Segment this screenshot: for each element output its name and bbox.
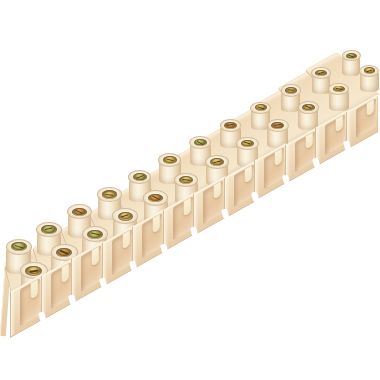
screw-slot-icon (197, 140, 204, 145)
screw-recess (333, 86, 345, 93)
screw-recess (163, 156, 176, 164)
screw-recess (56, 248, 72, 257)
screw-slot-icon (136, 175, 144, 179)
screw-channel-hole (245, 165, 252, 183)
screw-channel-hole (123, 231, 130, 250)
screw-recess (271, 122, 284, 129)
screw-slot-icon (227, 124, 234, 126)
screw-channel-hole (275, 149, 282, 166)
screw-slot-icon (182, 179, 190, 181)
screw-slot-icon (45, 228, 53, 231)
screw-recess (194, 139, 207, 146)
screw-channel-hole (367, 100, 374, 116)
screw-slot-icon (348, 54, 354, 57)
screw-head (104, 192, 115, 198)
screw-channel-hole (153, 214, 160, 233)
screw-recess (118, 212, 133, 221)
wire-cavity (295, 131, 314, 172)
wire-cavity (51, 262, 70, 309)
tower-top (236, 137, 259, 151)
screw-slot-icon (335, 88, 342, 90)
screw-head (334, 86, 343, 91)
tower-top (97, 187, 121, 202)
screw-recess (241, 140, 254, 148)
screw-slot-icon (318, 72, 324, 75)
screw-head (347, 54, 355, 58)
screw-head (58, 249, 70, 256)
wire-cavity (356, 98, 375, 138)
screw-recess (224, 122, 237, 129)
screw-slot-icon (90, 233, 99, 236)
screw-recess (41, 225, 56, 234)
screw-channel-hole (184, 198, 191, 216)
wire-cavity (142, 213, 161, 258)
screw-head (181, 177, 192, 183)
wire-cavity (203, 180, 222, 223)
screw-recess (346, 53, 357, 59)
screw-channel-hole (306, 132, 313, 149)
screw-recess (210, 158, 224, 166)
wire-cavity (325, 115, 344, 155)
wire-cavity (81, 246, 100, 292)
screw-recess (364, 67, 376, 74)
tower-top (359, 65, 379, 77)
screw-slot-icon (366, 69, 372, 72)
screw-head (89, 231, 101, 238)
wire-cavity (20, 278, 39, 326)
screw-head (212, 159, 222, 165)
screw-channel-hole (214, 181, 221, 199)
screw-recess (255, 104, 267, 111)
screw-slot-icon (29, 269, 38, 272)
screw-head (273, 123, 283, 128)
product-photo (0, 0, 380, 380)
screw-recess (315, 70, 326, 76)
tower-top (143, 190, 168, 205)
screw-head (150, 195, 161, 201)
tower-top (205, 155, 229, 169)
screw-recess (302, 104, 314, 111)
screw-channel-hole (92, 247, 99, 266)
screw-tower-front-10 (298, 101, 319, 130)
screw-channel-hole (62, 263, 69, 283)
screw-slot-icon (15, 245, 24, 249)
screw-recess (11, 242, 27, 251)
screw-head (242, 141, 252, 147)
screw-recess (285, 87, 297, 94)
screw-slot-icon (105, 193, 113, 195)
screw-recess (72, 208, 87, 217)
screw-slot-icon (152, 196, 160, 201)
screw-head (226, 123, 235, 128)
screw-slot-icon (121, 214, 129, 218)
screw-tower-back-12 (342, 50, 361, 75)
screw-tower-front-11 (328, 83, 349, 111)
screw-head (120, 213, 131, 219)
tower-top (112, 208, 138, 223)
screw-slot-icon (60, 250, 69, 255)
screw-head (287, 88, 296, 93)
screw-slot-icon (166, 158, 173, 161)
screw-recess (87, 230, 103, 239)
screw-head (304, 105, 313, 110)
tower-top (281, 84, 301, 96)
screw-slot-icon (305, 105, 312, 109)
screw-slot-icon (75, 210, 83, 215)
wire-cavity (264, 148, 283, 190)
screw-head (43, 226, 54, 232)
screw-head (13, 243, 25, 250)
screw-slot-icon (257, 106, 264, 109)
screw-recess (133, 173, 147, 181)
screw-head (256, 105, 265, 110)
screw-channel-hole (336, 116, 343, 133)
screw-head (365, 68, 374, 73)
screw-head (165, 157, 175, 163)
tower-top (250, 102, 271, 115)
tower-top (267, 119, 289, 132)
terminal-strip (0, 0, 380, 380)
screw-channel-hole (31, 280, 38, 300)
screw-head (135, 174, 145, 180)
screw-head (74, 209, 85, 215)
screw-tower-front-12 (359, 65, 379, 92)
screw-recess (102, 190, 116, 198)
tower-top (311, 67, 330, 79)
wire-cavity (112, 229, 131, 275)
tower-top (158, 153, 181, 167)
screw-slot-icon (244, 142, 251, 145)
screw-slot-icon (213, 160, 221, 163)
screw-head (28, 267, 40, 274)
screw-head (195, 140, 205, 145)
screw-recess (179, 176, 193, 184)
screw-slot-icon (288, 90, 294, 92)
tower-top (36, 222, 62, 237)
wire-cavity (234, 164, 253, 207)
screw-recess (148, 194, 163, 203)
tower-top (220, 119, 242, 132)
screw-head (317, 71, 325, 76)
wire-cavity (173, 197, 192, 241)
tower-top (298, 101, 319, 114)
tower-top (6, 239, 32, 255)
screw-slot-icon (274, 124, 281, 126)
